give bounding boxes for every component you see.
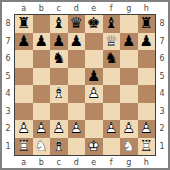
white-pawn[interactable]: ♟♙ [33, 120, 51, 138]
square-f7[interactable]: ♛♕ [103, 33, 121, 51]
rank-label-5: 5 [2, 68, 14, 86]
square-h6[interactable] [138, 50, 156, 68]
square-d2[interactable]: ♟♙ [68, 120, 86, 138]
white-pawn[interactable]: ♟♙ [103, 120, 121, 138]
square-b6[interactable] [33, 50, 51, 68]
square-e8[interactable]: ♚ [85, 15, 103, 33]
file-label-a: a [15, 156, 33, 168]
square-a6[interactable] [15, 50, 33, 68]
square-c3[interactable] [50, 103, 68, 121]
rank-label-6: 6 [156, 50, 168, 68]
square-a5[interactable] [15, 68, 33, 86]
square-e7[interactable] [85, 33, 103, 51]
file-label-h: h [138, 2, 156, 14]
square-f6[interactable]: ♞ [103, 50, 121, 68]
file-labels-bottom: abcdefgh [15, 156, 155, 168]
square-f2[interactable]: ♟♙ [103, 120, 121, 138]
square-h4[interactable] [138, 85, 156, 103]
file-label-g: g [120, 2, 138, 14]
black-knight[interactable]: ♞ [103, 50, 121, 68]
black-rook[interactable]: ♜ [15, 15, 33, 33]
black-knight[interactable]: ♞ [50, 50, 68, 68]
file-label-a: a [15, 2, 33, 14]
square-h8[interactable]: ♜ [138, 15, 156, 33]
white-pawn[interactable]: ♟♙ [138, 120, 156, 138]
square-g3[interactable] [120, 103, 138, 121]
black-rook[interactable]: ♜ [138, 15, 156, 33]
white-pawn[interactable]: ♟♙ [120, 120, 138, 138]
rank-label-4: 4 [156, 85, 168, 103]
square-d6[interactable] [68, 50, 86, 68]
white-pawn[interactable]: ♟♙ [68, 120, 86, 138]
black-queen[interactable]: ♛ [68, 15, 86, 33]
white-queen[interactable]: ♛♕ [103, 33, 121, 51]
square-e4[interactable]: ♟♙ [85, 85, 103, 103]
square-c8[interactable]: ♝ [50, 15, 68, 33]
black-pawn[interactable]: ♟ [138, 33, 156, 51]
square-b7[interactable]: ♟ [33, 33, 51, 51]
rank-label-1: 1 [2, 138, 14, 156]
black-pawn[interactable]: ♟ [85, 68, 103, 86]
file-label-e: e [85, 156, 103, 168]
square-d7[interactable]: ♟ [68, 33, 86, 51]
square-h2[interactable]: ♟♙ [138, 120, 156, 138]
square-a8[interactable]: ♜ [15, 15, 33, 33]
white-pawn[interactable]: ♟♙ [15, 120, 33, 138]
square-a4[interactable] [15, 85, 33, 103]
white-king[interactable]: ♚♔ [85, 138, 103, 156]
rank-label-5: 5 [156, 68, 168, 86]
rank-labels-left: 87654321 [2, 15, 14, 155]
rank-label-7: 7 [156, 33, 168, 51]
square-b3[interactable] [33, 103, 51, 121]
rank-labels-right: 87654321 [156, 15, 168, 155]
rank-label-8: 8 [156, 15, 168, 33]
square-a1[interactable]: ♜♖ [15, 138, 33, 156]
white-knight[interactable]: ♞♘ [120, 138, 138, 156]
file-label-b: b [33, 2, 51, 14]
square-g8[interactable] [120, 15, 138, 33]
file-label-d: d [68, 156, 86, 168]
file-label-e: e [85, 2, 103, 14]
square-c7[interactable]: ♟ [50, 33, 68, 51]
square-d8[interactable]: ♛ [68, 15, 86, 33]
rank-label-2: 2 [156, 120, 168, 138]
rank-label-1: 1 [156, 138, 168, 156]
square-h7[interactable]: ♟ [138, 33, 156, 51]
square-h1[interactable]: ♜♖ [138, 138, 156, 156]
square-g4[interactable] [120, 85, 138, 103]
square-a3[interactable] [15, 103, 33, 121]
rank-label-8: 8 [2, 15, 14, 33]
file-label-c: c [50, 156, 68, 168]
rank-label-2: 2 [2, 120, 14, 138]
square-d3[interactable] [68, 103, 86, 121]
white-rook[interactable]: ♜♖ [138, 138, 156, 156]
rank-label-4: 4 [2, 85, 14, 103]
square-d5[interactable] [68, 68, 86, 86]
square-g7[interactable]: ♟ [120, 33, 138, 51]
square-e3[interactable] [85, 103, 103, 121]
square-e6[interactable] [85, 50, 103, 68]
square-c4[interactable]: ♝♗ [50, 85, 68, 103]
square-e5[interactable]: ♟ [85, 68, 103, 86]
black-pawn[interactable]: ♟ [33, 33, 51, 51]
rank-label-6: 6 [2, 50, 14, 68]
square-h5[interactable] [138, 68, 156, 86]
white-bishop[interactable]: ♝♗ [50, 138, 68, 156]
square-b1[interactable]: ♞♘ [33, 138, 51, 156]
black-bishop[interactable]: ♝ [50, 15, 68, 33]
square-d4[interactable] [68, 85, 86, 103]
file-label-f: f [103, 2, 121, 14]
square-g6[interactable] [120, 50, 138, 68]
square-f8[interactable]: ♝ [103, 15, 121, 33]
file-label-d: d [68, 2, 86, 14]
file-label-c: c [50, 2, 68, 14]
square-f3[interactable] [103, 103, 121, 121]
square-b4[interactable] [33, 85, 51, 103]
square-e1[interactable]: ♚♔ [85, 138, 103, 156]
square-d1[interactable] [68, 138, 86, 156]
white-rook[interactable]: ♜♖ [15, 138, 33, 156]
square-b2[interactable]: ♟♙ [33, 120, 51, 138]
black-pawn[interactable]: ♟ [68, 33, 86, 51]
black-king[interactable]: ♚ [85, 15, 103, 33]
square-c1[interactable]: ♝♗ [50, 138, 68, 156]
square-g5[interactable] [120, 68, 138, 86]
white-knight[interactable]: ♞♘ [33, 138, 51, 156]
square-h3[interactable] [138, 103, 156, 121]
rank-label-3: 3 [2, 103, 14, 121]
white-pawn[interactable]: ♟♙ [85, 85, 103, 103]
black-pawn[interactable]: ♟ [15, 33, 33, 51]
square-a2[interactable]: ♟♙ [15, 120, 33, 138]
square-f1[interactable] [103, 138, 121, 156]
square-f4[interactable] [103, 85, 121, 103]
file-labels-top: abcdefgh [15, 2, 155, 14]
square-c2[interactable]: ♟♙ [50, 120, 68, 138]
rank-label-7: 7 [2, 33, 14, 51]
chess-board: ♜♝♛♚♝♜♟♟♟♟♛♕♟♟♞♞♟♝♗♟♙♟♙♟♙♟♙♟♙♟♙♟♙♟♙♜♖♞♘♝… [14, 14, 156, 156]
file-label-h: h [138, 156, 156, 168]
rank-label-3: 3 [156, 103, 168, 121]
square-c6[interactable]: ♞ [50, 50, 68, 68]
black-pawn[interactable]: ♟ [120, 33, 138, 51]
chess-board-screenshot: abcdefgh abcdefgh 87654321 87654321 ♜♝♛♚… [0, 0, 170, 170]
square-c5[interactable] [50, 68, 68, 86]
white-pawn[interactable]: ♟♙ [50, 120, 68, 138]
square-b5[interactable] [33, 68, 51, 86]
file-label-f: f [103, 156, 121, 168]
black-pawn[interactable]: ♟ [50, 33, 68, 51]
square-g2[interactable]: ♟♙ [120, 120, 138, 138]
square-a7[interactable]: ♟ [15, 33, 33, 51]
square-b8[interactable] [33, 15, 51, 33]
square-e2[interactable] [85, 120, 103, 138]
square-g1[interactable]: ♞♘ [120, 138, 138, 156]
black-bishop[interactable]: ♝ [103, 15, 121, 33]
square-f5[interactable] [103, 68, 121, 86]
white-bishop[interactable]: ♝♗ [50, 85, 68, 103]
file-label-b: b [33, 156, 51, 168]
file-label-g: g [120, 156, 138, 168]
